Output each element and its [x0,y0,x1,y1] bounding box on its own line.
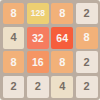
tile-r3c1-2: 2 [27,76,49,98]
tile-r2c1-16: 16 [27,51,49,73]
tile-r0c1-128: 128 [27,3,49,25]
tile-r2c3-2: 2 [76,51,98,73]
tile-r3c0-2: 2 [3,76,25,98]
tile-r1c0-4: 4 [3,27,25,49]
tile-r2c2-8: 8 [51,51,73,73]
tile-r3c3-2: 2 [76,76,98,98]
tile-r1c1-32: 32 [27,27,49,49]
tile-r0c2-8: 8 [51,3,73,25]
tile-r2c0-8: 8 [3,51,25,73]
tile-r0c0-8: 8 [3,3,25,25]
tile-r0c3-2: 2 [76,3,98,25]
tile-r1c2-64: 64 [51,27,73,49]
game-board-2048[interactable]: 812882432648816822242 [0,0,100,100]
tile-r3c2-4: 4 [51,76,73,98]
tile-r1c3-8: 8 [76,27,98,49]
